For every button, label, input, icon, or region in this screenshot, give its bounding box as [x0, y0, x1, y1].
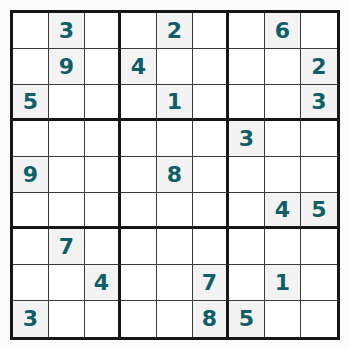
- cell-r2c5[interactable]: [157, 49, 193, 85]
- cell-r7c1[interactable]: [13, 229, 49, 265]
- cell-r9c7: 5: [229, 301, 265, 337]
- cell-r7c5[interactable]: [157, 229, 193, 265]
- cell-r4c7: 3: [229, 121, 265, 157]
- cell-r5c9[interactable]: [301, 157, 337, 193]
- cell-r8c7[interactable]: [229, 265, 265, 301]
- cell-r9c9[interactable]: [301, 301, 337, 337]
- cell-r6c8: 4: [265, 193, 301, 229]
- cell-r9c1: 3: [13, 301, 49, 337]
- cell-r6c5[interactable]: [157, 193, 193, 229]
- cell-r5c5: 8: [157, 157, 193, 193]
- cell-r2c4: 4: [121, 49, 157, 85]
- cell-r6c4[interactable]: [121, 193, 157, 229]
- cell-r9c6: 8: [193, 301, 229, 337]
- cell-r1c7[interactable]: [229, 13, 265, 49]
- cell-r3c5: 1: [157, 85, 193, 121]
- cell-r8c1[interactable]: [13, 265, 49, 301]
- cell-r8c3: 4: [85, 265, 121, 301]
- cell-r1c8: 6: [265, 13, 301, 49]
- cell-r5c6[interactable]: [193, 157, 229, 193]
- cell-r5c2[interactable]: [49, 157, 85, 193]
- cell-r7c9[interactable]: [301, 229, 337, 265]
- cell-r9c2[interactable]: [49, 301, 85, 337]
- cell-r6c2[interactable]: [49, 193, 85, 229]
- cell-r4c3[interactable]: [85, 121, 121, 157]
- cell-r8c5[interactable]: [157, 265, 193, 301]
- cell-r2c9: 2: [301, 49, 337, 85]
- cell-r6c3[interactable]: [85, 193, 121, 229]
- cell-r1c1[interactable]: [13, 13, 49, 49]
- cell-r8c2[interactable]: [49, 265, 85, 301]
- cell-r4c1[interactable]: [13, 121, 49, 157]
- cell-r3c4[interactable]: [121, 85, 157, 121]
- cell-r6c9: 5: [301, 193, 337, 229]
- cell-r8c4[interactable]: [121, 265, 157, 301]
- cell-r4c8[interactable]: [265, 121, 301, 157]
- cell-r1c6[interactable]: [193, 13, 229, 49]
- cell-r7c8[interactable]: [265, 229, 301, 265]
- cell-r3c2[interactable]: [49, 85, 85, 121]
- cell-r5c4[interactable]: [121, 157, 157, 193]
- cell-r2c3[interactable]: [85, 49, 121, 85]
- cell-r7c2: 7: [49, 229, 85, 265]
- cell-r2c2: 9: [49, 49, 85, 85]
- cell-r6c6[interactable]: [193, 193, 229, 229]
- cell-r2c1[interactable]: [13, 49, 49, 85]
- cell-r4c5[interactable]: [157, 121, 193, 157]
- cell-r9c8[interactable]: [265, 301, 301, 337]
- cell-r2c6[interactable]: [193, 49, 229, 85]
- cell-r3c1: 5: [13, 85, 49, 121]
- cell-r7c4[interactable]: [121, 229, 157, 265]
- cell-r5c8[interactable]: [265, 157, 301, 193]
- cell-r1c4[interactable]: [121, 13, 157, 49]
- cell-r8c9[interactable]: [301, 265, 337, 301]
- sudoku-board: 326942513398457471385: [10, 10, 340, 340]
- cell-r2c8[interactable]: [265, 49, 301, 85]
- cell-r7c7[interactable]: [229, 229, 265, 265]
- cell-r9c3[interactable]: [85, 301, 121, 337]
- cell-r4c2[interactable]: [49, 121, 85, 157]
- cell-r3c7[interactable]: [229, 85, 265, 121]
- cell-r7c6[interactable]: [193, 229, 229, 265]
- cell-r9c4[interactable]: [121, 301, 157, 337]
- cell-r5c7[interactable]: [229, 157, 265, 193]
- cell-r3c8[interactable]: [265, 85, 301, 121]
- cell-r3c9: 3: [301, 85, 337, 121]
- cell-r4c6[interactable]: [193, 121, 229, 157]
- cell-r1c5: 2: [157, 13, 193, 49]
- cell-r7c3[interactable]: [85, 229, 121, 265]
- cell-r2c7[interactable]: [229, 49, 265, 85]
- cell-r1c3[interactable]: [85, 13, 121, 49]
- cell-r8c6: 7: [193, 265, 229, 301]
- cell-r1c9[interactable]: [301, 13, 337, 49]
- cell-r3c3[interactable]: [85, 85, 121, 121]
- cell-r5c3[interactable]: [85, 157, 121, 193]
- cell-r9c5[interactable]: [157, 301, 193, 337]
- cell-r5c1: 9: [13, 157, 49, 193]
- cell-r6c7[interactable]: [229, 193, 265, 229]
- cell-r3c6[interactable]: [193, 85, 229, 121]
- cell-r1c2: 3: [49, 13, 85, 49]
- cell-r4c4[interactable]: [121, 121, 157, 157]
- cell-r8c8: 1: [265, 265, 301, 301]
- cell-r6c1[interactable]: [13, 193, 49, 229]
- cell-r4c9[interactable]: [301, 121, 337, 157]
